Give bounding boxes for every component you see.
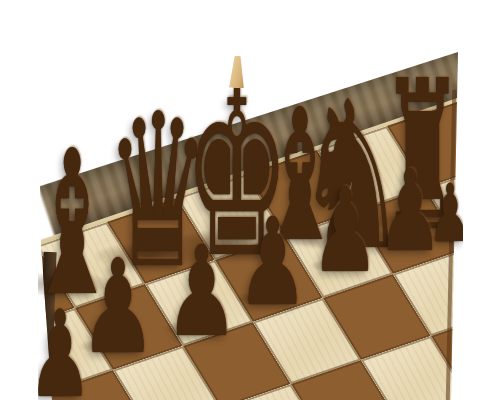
- square-g4[interactable]: [469, 374, 500, 400]
- square-a7[interactable]: [0, 332, 43, 400]
- chess-set-photo: ♜♞♝♚♛♝♟♟♟♟♟♟♟: [0, 0, 500, 400]
- piece-black-pawn-g7[interactable]: ♟: [373, 155, 447, 267]
- piece-black-pawn-f7[interactable]: ♟: [307, 173, 384, 289]
- square-a8[interactable]: [0, 270, 5, 356]
- piece-black-pawn-b7[interactable]: ♟: [24, 295, 96, 400]
- piece-black-pawn-e7[interactable]: ♟: [232, 202, 312, 323]
- pieces-layer: ♜♞♝♚♛♝♟♟♟♟♟♟♟: [0, 0, 500, 400]
- piece-black-pawn-d7[interactable]: ♟: [160, 229, 243, 354]
- square-h6[interactable]: [463, 226, 500, 312]
